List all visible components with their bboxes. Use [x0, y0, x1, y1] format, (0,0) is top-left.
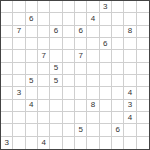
clue-cell-r7c3: 5 [26, 75, 38, 87]
empty-cell-r11c11[interactable] [124, 124, 136, 136]
empty-cell-r6c7[interactable] [75, 63, 87, 75]
empty-cell-r6c9[interactable] [100, 63, 112, 75]
empty-cell-r12c5[interactable] [50, 137, 62, 149]
empty-cell-r11c8[interactable] [87, 124, 99, 136]
empty-cell-r2c2[interactable] [13, 13, 25, 25]
empty-cell-r12c8[interactable] [87, 137, 99, 149]
empty-cell-r7c8[interactable] [87, 75, 99, 87]
empty-cell-r2c9[interactable] [100, 13, 112, 25]
empty-cell-r4c8[interactable] [87, 38, 99, 50]
empty-cell-r11c12[interactable] [137, 124, 149, 136]
clue-cell-r9c11: 3 [124, 100, 136, 112]
empty-cell-r12c6[interactable] [63, 137, 75, 149]
clue-cell-r2c8: 4 [87, 13, 99, 25]
empty-cell-r10c10[interactable] [112, 112, 124, 124]
clue-cell-r6c5: 5 [50, 63, 62, 75]
empty-cell-r10c9[interactable] [100, 112, 112, 124]
clue-cell-r8c11: 4 [124, 87, 136, 99]
clue-cell-r12c1: 3 [1, 137, 13, 149]
empty-cell-r5c3[interactable] [26, 50, 38, 62]
empty-cell-r9c1[interactable] [1, 100, 13, 112]
clue-cell-r11c10: 6 [112, 124, 124, 136]
clue-cell-r7c5: 5 [50, 75, 62, 87]
empty-cell-r4c5[interactable] [50, 38, 62, 50]
empty-cell-r4c12[interactable] [137, 38, 149, 50]
empty-cell-r2c1[interactable] [1, 13, 13, 25]
empty-cell-r11c9[interactable] [100, 124, 112, 136]
empty-cell-r10c4[interactable] [38, 112, 50, 124]
empty-cell-r9c12[interactable] [137, 100, 149, 112]
empty-cell-r9c4[interactable] [38, 100, 50, 112]
empty-cell-r6c1[interactable] [1, 63, 13, 75]
empty-cell-r2c6[interactable] [63, 13, 75, 25]
empty-cell-r3c4[interactable] [38, 26, 50, 38]
clue-cell-r2c3: 6 [26, 13, 38, 25]
empty-cell-r3c12[interactable] [137, 26, 149, 38]
empty-cell-r9c9[interactable] [100, 100, 112, 112]
clue-cell-r5c4: 7 [38, 50, 50, 62]
empty-cell-r5c5[interactable] [50, 50, 62, 62]
empty-cell-r4c6[interactable] [63, 38, 75, 50]
empty-cell-r5c6[interactable] [63, 50, 75, 62]
empty-cell-r3c8[interactable] [87, 26, 99, 38]
empty-cell-r1c1[interactable] [1, 1, 13, 13]
empty-cell-r1c8[interactable] [87, 1, 99, 13]
empty-cell-r12c10[interactable] [112, 137, 124, 149]
empty-cell-r12c2[interactable] [13, 137, 25, 149]
empty-cell-r7c6[interactable] [63, 75, 75, 87]
empty-cell-r7c12[interactable] [137, 75, 149, 87]
clue-cell-r3c7: 6 [75, 26, 87, 38]
empty-cell-r1c12[interactable] [137, 1, 149, 13]
empty-cell-r7c11[interactable] [124, 75, 136, 87]
empty-cell-r8c10[interactable] [112, 87, 124, 99]
empty-cell-r4c2[interactable] [13, 38, 25, 50]
empty-cell-r11c2[interactable] [13, 124, 25, 136]
clue-cell-r3c11: 8 [124, 26, 136, 38]
empty-cell-r8c9[interactable] [100, 87, 112, 99]
empty-cell-r9c7[interactable] [75, 100, 87, 112]
empty-cell-r12c3[interactable] [26, 137, 38, 149]
clue-cell-r9c8: 8 [87, 100, 99, 112]
empty-cell-r2c12[interactable] [137, 13, 149, 25]
empty-cell-r7c10[interactable] [112, 75, 124, 87]
empty-cell-r3c1[interactable] [1, 26, 13, 38]
empty-cell-r7c4[interactable] [38, 75, 50, 87]
empty-cell-r2c4[interactable] [38, 13, 50, 25]
clue-cell-r11c7: 5 [75, 124, 87, 136]
empty-cell-r1c10[interactable] [112, 1, 124, 13]
empty-cell-r8c4[interactable] [38, 87, 50, 99]
empty-cell-r8c8[interactable] [87, 87, 99, 99]
empty-cell-r9c2[interactable] [13, 100, 25, 112]
empty-cell-r6c8[interactable] [87, 63, 99, 75]
empty-cell-r5c8[interactable] [87, 50, 99, 62]
empty-cell-r4c10[interactable] [112, 38, 124, 50]
empty-cell-r6c4[interactable] [38, 63, 50, 75]
empty-cell-r6c10[interactable] [112, 63, 124, 75]
empty-cell-r7c9[interactable] [100, 75, 112, 87]
empty-cell-r5c11[interactable] [124, 50, 136, 62]
empty-cell-r11c5[interactable] [50, 124, 62, 136]
empty-cell-r8c5[interactable] [50, 87, 62, 99]
empty-cell-r4c4[interactable] [38, 38, 50, 50]
empty-cell-r1c7[interactable] [75, 1, 87, 13]
empty-cell-r4c1[interactable] [1, 38, 13, 50]
empty-cell-r1c6[interactable] [63, 1, 75, 13]
empty-cell-r1c2[interactable] [13, 1, 25, 13]
empty-cell-r6c6[interactable] [63, 63, 75, 75]
empty-cell-r6c12[interactable] [137, 63, 149, 75]
clue-cell-r3c2: 7 [13, 26, 25, 38]
empty-cell-r10c6[interactable] [63, 112, 75, 124]
empty-cell-r2c11[interactable] [124, 13, 136, 25]
empty-cell-r1c4[interactable] [38, 1, 50, 13]
empty-cell-r2c5[interactable] [50, 13, 62, 25]
empty-cell-r1c5[interactable] [50, 1, 62, 13]
empty-cell-r5c9[interactable] [100, 50, 112, 62]
empty-cell-r6c11[interactable] [124, 63, 136, 75]
clue-cell-r3c5: 6 [50, 26, 62, 38]
empty-cell-r9c10[interactable] [112, 100, 124, 112]
empty-cell-r2c10[interactable] [112, 13, 124, 25]
empty-cell-r11c1[interactable] [1, 124, 13, 136]
clue-cell-r5c7: 7 [75, 50, 87, 62]
empty-cell-r1c11[interactable] [124, 1, 136, 13]
empty-cell-r2c7[interactable] [75, 13, 87, 25]
empty-cell-r10c1[interactable] [1, 112, 13, 124]
empty-cell-r8c12[interactable] [137, 87, 149, 99]
empty-cell-r3c10[interactable] [112, 26, 124, 38]
empty-cell-r3c3[interactable] [26, 26, 38, 38]
empty-cell-r11c4[interactable] [38, 124, 50, 136]
empty-cell-r5c10[interactable] [112, 50, 124, 62]
empty-cell-r11c3[interactable] [26, 124, 38, 136]
empty-cell-r12c7[interactable] [75, 137, 87, 149]
empty-cell-r7c1[interactable] [1, 75, 13, 87]
empty-cell-r3c6[interactable] [63, 26, 75, 38]
empty-cell-r5c1[interactable] [1, 50, 13, 62]
clue-cell-r12c4: 4 [38, 137, 50, 149]
empty-cell-r10c5[interactable] [50, 112, 62, 124]
empty-cell-r6c2[interactable] [13, 63, 25, 75]
empty-cell-r5c2[interactable] [13, 50, 25, 62]
empty-cell-r7c2[interactable] [13, 75, 25, 87]
empty-cell-r8c1[interactable] [1, 87, 13, 99]
empty-cell-r10c3[interactable] [26, 112, 38, 124]
empty-cell-r4c3[interactable] [26, 38, 38, 50]
empty-cell-r11c6[interactable] [63, 124, 75, 136]
empty-cell-r12c11[interactable] [124, 137, 136, 149]
empty-cell-r8c6[interactable] [63, 87, 75, 99]
empty-cell-r3c9[interactable] [100, 26, 112, 38]
empty-cell-r10c12[interactable] [137, 112, 149, 124]
empty-cell-r8c3[interactable] [26, 87, 38, 99]
empty-cell-r4c11[interactable] [124, 38, 136, 50]
empty-cell-r9c5[interactable] [50, 100, 62, 112]
empty-cell-r8c7[interactable] [75, 87, 87, 99]
empty-cell-r1c3[interactable] [26, 1, 38, 13]
empty-cell-r5c12[interactable] [137, 50, 149, 62]
clue-cell-r4c9: 6 [100, 38, 112, 50]
empty-cell-r7c7[interactable] [75, 75, 87, 87]
clue-cell-r9c3: 4 [26, 100, 38, 112]
empty-cell-r9c6[interactable] [63, 100, 75, 112]
empty-cell-r10c2[interactable] [13, 112, 25, 124]
empty-cell-r12c9[interactable] [100, 137, 112, 149]
empty-cell-r10c7[interactable] [75, 112, 87, 124]
clue-cell-r8c2: 3 [13, 87, 25, 99]
empty-cell-r12c12[interactable] [137, 137, 149, 149]
clue-cell-r1c9: 3 [100, 1, 112, 13]
empty-cell-r6c3[interactable] [26, 63, 38, 75]
puzzle-board: 36476686775553448345634 [0, 0, 150, 150]
empty-cell-r4c7[interactable] [75, 38, 87, 50]
empty-cell-r10c8[interactable] [87, 112, 99, 124]
clue-cell-r10c11: 4 [124, 112, 136, 124]
